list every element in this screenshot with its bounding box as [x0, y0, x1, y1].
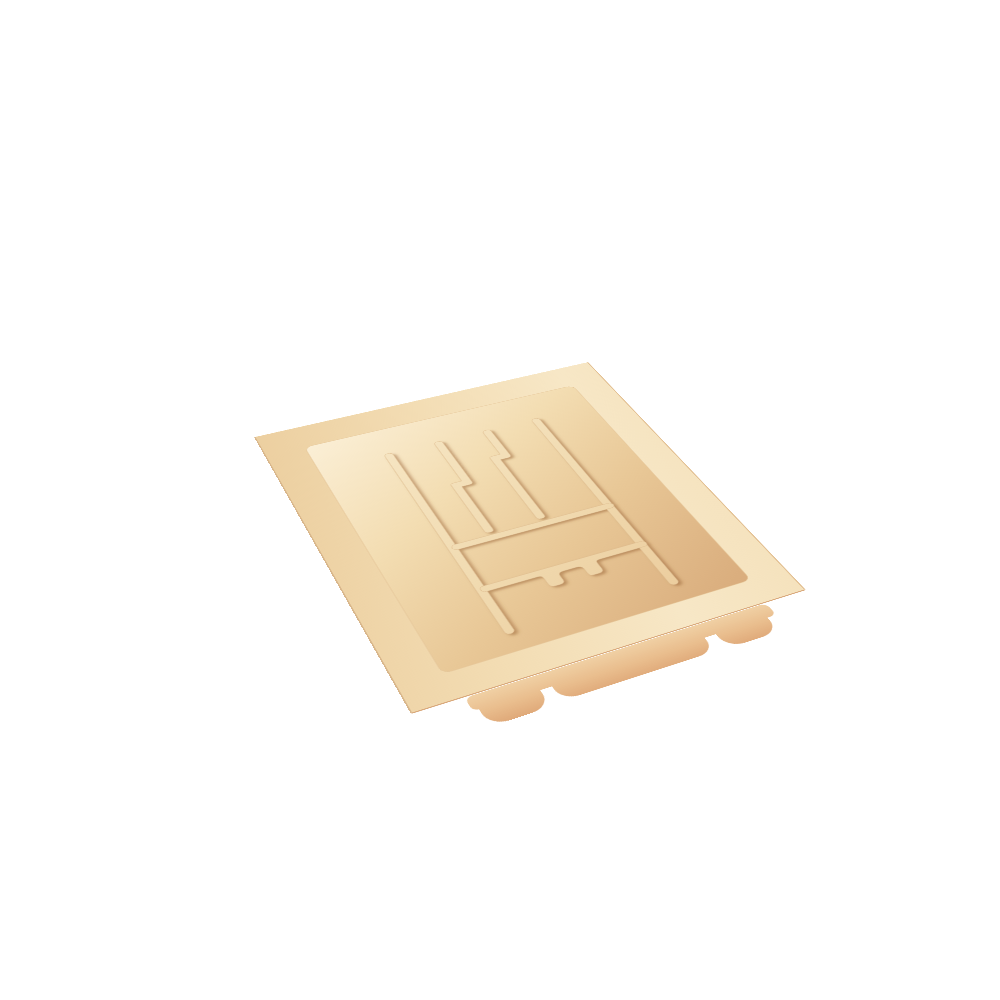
- product-photo: [0, 0, 1000, 1000]
- tray: [254, 362, 806, 714]
- foot-middle: [543, 626, 716, 701]
- tray-molding: [255, 362, 843, 761]
